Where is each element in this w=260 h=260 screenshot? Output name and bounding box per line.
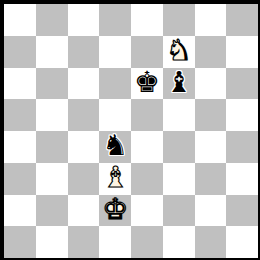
square-b2[interactable] <box>36 195 68 227</box>
white-bishop-piece[interactable]: ♝ <box>102 163 128 192</box>
square-h8[interactable] <box>226 4 258 36</box>
square-c1[interactable] <box>68 226 100 258</box>
square-f5[interactable] <box>163 99 195 131</box>
square-e8[interactable] <box>131 4 163 36</box>
square-a4[interactable] <box>4 131 36 163</box>
square-g2[interactable] <box>195 195 227 227</box>
square-g4[interactable] <box>195 131 227 163</box>
square-e4[interactable] <box>131 131 163 163</box>
square-c7[interactable] <box>68 36 100 68</box>
square-a6[interactable] <box>4 68 36 100</box>
square-c8[interactable] <box>68 4 100 36</box>
square-d6[interactable] <box>99 68 131 100</box>
square-h3[interactable] <box>226 163 258 195</box>
square-f3[interactable] <box>163 163 195 195</box>
square-h7[interactable] <box>226 36 258 68</box>
square-c6[interactable] <box>68 68 100 100</box>
square-b8[interactable] <box>36 4 68 36</box>
square-b7[interactable] <box>36 36 68 68</box>
square-a1[interactable] <box>4 226 36 258</box>
square-e5[interactable] <box>131 99 163 131</box>
square-g6[interactable] <box>195 68 227 100</box>
square-b6[interactable] <box>36 68 68 100</box>
chess-board: ♞♚♝♞♝♚ <box>0 0 260 260</box>
square-c4[interactable] <box>68 131 100 163</box>
black-king-piece[interactable]: ♚ <box>134 68 160 97</box>
square-h1[interactable] <box>226 226 258 258</box>
square-h4[interactable] <box>226 131 258 163</box>
square-b4[interactable] <box>36 131 68 163</box>
square-b1[interactable] <box>36 226 68 258</box>
square-c5[interactable] <box>68 99 100 131</box>
square-g8[interactable] <box>195 4 227 36</box>
square-g1[interactable] <box>195 226 227 258</box>
white-king-piece[interactable]: ♚ <box>102 195 128 224</box>
square-e7[interactable] <box>131 36 163 68</box>
black-bishop-piece[interactable]: ♝ <box>166 68 192 97</box>
square-d3[interactable]: ♝ <box>99 163 131 195</box>
square-d5[interactable] <box>99 99 131 131</box>
square-f8[interactable] <box>163 4 195 36</box>
square-a5[interactable] <box>4 99 36 131</box>
square-a8[interactable] <box>4 4 36 36</box>
square-e6[interactable]: ♚ <box>131 68 163 100</box>
square-b3[interactable] <box>36 163 68 195</box>
square-h5[interactable] <box>226 99 258 131</box>
square-a7[interactable] <box>4 36 36 68</box>
square-g3[interactable] <box>195 163 227 195</box>
square-e1[interactable] <box>131 226 163 258</box>
square-f2[interactable] <box>163 195 195 227</box>
square-c3[interactable] <box>68 163 100 195</box>
square-d7[interactable] <box>99 36 131 68</box>
square-f1[interactable] <box>163 226 195 258</box>
square-e2[interactable] <box>131 195 163 227</box>
square-g5[interactable] <box>195 99 227 131</box>
square-d4[interactable]: ♞ <box>99 131 131 163</box>
square-f6[interactable]: ♝ <box>163 68 195 100</box>
square-d1[interactable] <box>99 226 131 258</box>
square-f4[interactable] <box>163 131 195 163</box>
square-a2[interactable] <box>4 195 36 227</box>
square-h2[interactable] <box>226 195 258 227</box>
square-f7[interactable]: ♞ <box>163 36 195 68</box>
white-knight-piece[interactable]: ♞ <box>166 36 192 65</box>
square-d8[interactable] <box>99 4 131 36</box>
square-a3[interactable] <box>4 163 36 195</box>
square-h6[interactable] <box>226 68 258 100</box>
square-c2[interactable] <box>68 195 100 227</box>
square-d2[interactable]: ♚ <box>99 195 131 227</box>
black-knight-piece[interactable]: ♞ <box>102 131 128 160</box>
square-g7[interactable] <box>195 36 227 68</box>
square-b5[interactable] <box>36 99 68 131</box>
square-e3[interactable] <box>131 163 163 195</box>
